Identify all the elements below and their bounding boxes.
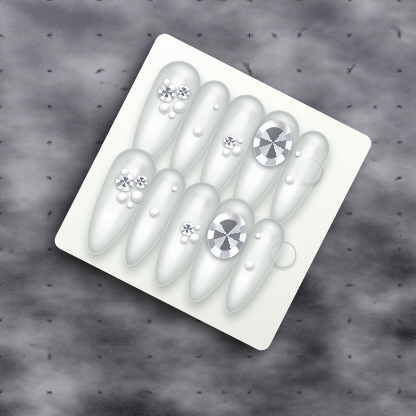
photo-stage [0,0,416,416]
